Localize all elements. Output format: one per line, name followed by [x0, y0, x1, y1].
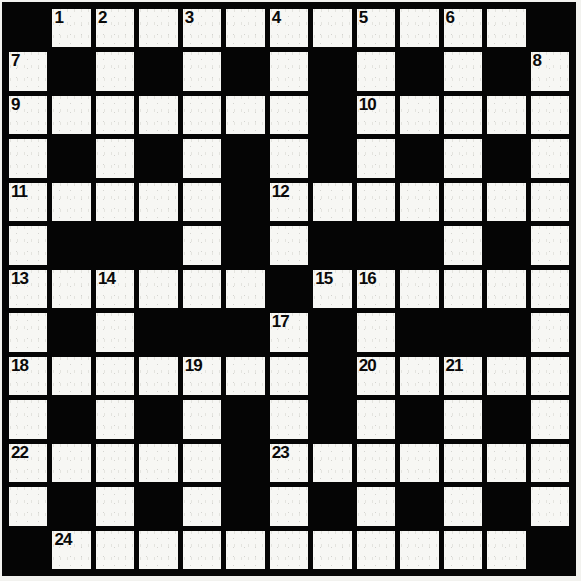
cell-r12c9[interactable]	[400, 531, 438, 569]
cell-r5c6[interactable]	[270, 226, 308, 264]
cell-r2c4[interactable]	[183, 96, 221, 134]
cell-r6c3[interactable]	[139, 270, 177, 308]
cell-r0c4[interactable]: 3	[183, 9, 221, 47]
cell-r0c8[interactable]: 5	[357, 9, 395, 47]
cell-r12c8[interactable]	[357, 531, 395, 569]
cell-r5c4[interactable]	[183, 226, 221, 264]
block-r1c9	[400, 52, 438, 90]
clue-number-15: 15	[315, 270, 332, 288]
cell-r6c8[interactable]: 16	[357, 270, 395, 308]
cell-r3c2[interactable]	[96, 139, 134, 177]
block-r7c5	[226, 313, 264, 351]
clue-number-5: 5	[359, 9, 367, 27]
cell-r12c4[interactable]	[183, 531, 221, 569]
clue-number-8: 8	[533, 52, 541, 70]
block-r1c3	[139, 52, 177, 90]
block-r3c1	[52, 139, 90, 177]
cell-r8c8[interactable]: 20	[357, 357, 395, 395]
block-r9c3	[139, 400, 177, 438]
cell-r2c0[interactable]: 9	[9, 96, 47, 134]
cell-r6c1[interactable]	[52, 270, 90, 308]
cell-r1c10[interactable]	[444, 52, 482, 90]
block-r6c6	[270, 270, 308, 308]
cell-r9c10[interactable]	[444, 400, 482, 438]
cell-r12c5[interactable]	[226, 531, 264, 569]
block-r10c5	[226, 444, 264, 482]
block-r9c7	[313, 400, 351, 438]
cell-r3c10[interactable]	[444, 139, 482, 177]
cell-r10c1[interactable]	[52, 444, 90, 482]
cell-r10c8[interactable]	[357, 444, 395, 482]
cell-r4c10[interactable]	[444, 183, 482, 221]
block-r9c5	[226, 400, 264, 438]
cell-r4c12[interactable]	[531, 183, 569, 221]
cell-r9c0[interactable]	[9, 400, 47, 438]
cell-r7c0[interactable]	[9, 313, 47, 351]
block-r5c1	[52, 226, 90, 264]
cell-r11c6[interactable]	[270, 487, 308, 525]
block-r1c1	[52, 52, 90, 90]
clue-number-20: 20	[359, 357, 376, 375]
clue-number-24: 24	[54, 531, 71, 549]
cell-r7c8[interactable]	[357, 313, 395, 351]
cell-r0c7[interactable]	[313, 9, 351, 47]
cell-r6c9[interactable]	[400, 270, 438, 308]
cell-r10c0[interactable]: 22	[9, 444, 47, 482]
block-r11c9	[400, 487, 438, 525]
cell-r5c10[interactable]	[444, 226, 482, 264]
block-r11c7	[313, 487, 351, 525]
block-r11c3	[139, 487, 177, 525]
clue-number-14: 14	[98, 270, 115, 288]
block-r11c11	[487, 487, 525, 525]
clue-number-23: 23	[272, 444, 289, 462]
cell-r9c6[interactable]	[270, 400, 308, 438]
cell-r3c6[interactable]	[270, 139, 308, 177]
cell-r10c10[interactable]	[444, 444, 482, 482]
cell-r11c4[interactable]	[183, 487, 221, 525]
cell-r8c4[interactable]: 19	[183, 357, 221, 395]
clue-number-19: 19	[185, 357, 202, 375]
cell-r12c2[interactable]	[96, 531, 134, 569]
cell-r0c6[interactable]: 4	[270, 9, 308, 47]
cell-r8c6[interactable]	[270, 357, 308, 395]
block-r4c5	[226, 183, 264, 221]
clue-number-9: 9	[11, 96, 19, 114]
cell-r6c11[interactable]	[487, 270, 525, 308]
cell-r12c10[interactable]	[444, 531, 482, 569]
cell-r10c4[interactable]	[183, 444, 221, 482]
cell-r8c3[interactable]	[139, 357, 177, 395]
block-r1c5	[226, 52, 264, 90]
cell-r8c1[interactable]	[52, 357, 90, 395]
block-r5c2	[96, 226, 134, 264]
cell-r3c0[interactable]	[9, 139, 47, 177]
clue-number-16: 16	[359, 270, 376, 288]
cell-r10c6[interactable]: 23	[270, 444, 308, 482]
cell-r6c0[interactable]: 13	[9, 270, 47, 308]
block-r3c5	[226, 139, 264, 177]
block-r7c3	[139, 313, 177, 351]
block-r1c11	[487, 52, 525, 90]
block-r7c10	[444, 313, 482, 351]
cell-r10c3[interactable]	[139, 444, 177, 482]
cell-r2c12[interactable]	[531, 96, 569, 134]
cell-r4c0[interactable]: 11	[9, 183, 47, 221]
cell-r4c11[interactable]	[487, 183, 525, 221]
cell-r11c8[interactable]	[357, 487, 395, 525]
block-r9c9	[400, 400, 438, 438]
block-r11c5	[226, 487, 264, 525]
block-r5c8	[357, 226, 395, 264]
block-r1c7	[313, 52, 351, 90]
cell-r6c7[interactable]: 15	[313, 270, 351, 308]
cell-r6c12[interactable]	[531, 270, 569, 308]
cell-r12c6[interactable]	[270, 531, 308, 569]
cell-r2c5[interactable]	[226, 96, 264, 134]
cell-r0c5[interactable]	[226, 9, 264, 47]
cell-r8c9[interactable]	[400, 357, 438, 395]
cell-r8c2[interactable]	[96, 357, 134, 395]
cell-r11c2[interactable]	[96, 487, 134, 525]
cell-r11c0[interactable]	[9, 487, 47, 525]
block-r7c11	[487, 313, 525, 351]
cell-r9c4[interactable]	[183, 400, 221, 438]
cell-r4c2[interactable]	[96, 183, 134, 221]
clue-number-3: 3	[185, 9, 193, 27]
cell-r4c8[interactable]	[357, 183, 395, 221]
cell-r4c6[interactable]: 12	[270, 183, 308, 221]
cell-r1c4[interactable]	[183, 52, 221, 90]
block-r9c1	[52, 400, 90, 438]
cell-r5c0[interactable]	[9, 226, 47, 264]
block-r12c12	[531, 531, 569, 569]
cell-r1c8[interactable]	[357, 52, 395, 90]
clue-number-7: 7	[11, 52, 19, 70]
cell-r8c12[interactable]	[531, 357, 569, 395]
cell-r9c2[interactable]	[96, 400, 134, 438]
cell-r8c11[interactable]	[487, 357, 525, 395]
cell-r0c10[interactable]: 6	[444, 9, 482, 47]
cell-r5c12[interactable]	[531, 226, 569, 264]
cell-r8c0[interactable]: 18	[9, 357, 47, 395]
cell-r10c2[interactable]	[96, 444, 134, 482]
block-r7c7	[313, 313, 351, 351]
block-r9c11	[487, 400, 525, 438]
cell-r6c4[interactable]	[183, 270, 221, 308]
block-r3c7	[313, 139, 351, 177]
block-r7c1	[52, 313, 90, 351]
cell-r0c1[interactable]: 1	[52, 9, 90, 47]
crossword-board: 123456789101112131415161718192021222324	[9, 9, 569, 569]
cell-r3c4[interactable]	[183, 139, 221, 177]
block-r0c0	[9, 9, 47, 47]
cell-r2c9[interactable]	[400, 96, 438, 134]
block-r5c11	[487, 226, 525, 264]
block-r11c1	[52, 487, 90, 525]
block-r12c0	[9, 531, 47, 569]
cell-r9c8[interactable]	[357, 400, 395, 438]
cell-r8c5[interactable]	[226, 357, 264, 395]
clue-number-2: 2	[98, 9, 106, 27]
cell-r12c1[interactable]: 24	[52, 531, 90, 569]
cell-r0c3[interactable]	[139, 9, 177, 47]
cell-r1c6[interactable]	[270, 52, 308, 90]
clue-number-12: 12	[272, 183, 289, 201]
cell-r12c7[interactable]	[313, 531, 351, 569]
cell-r4c1[interactable]	[52, 183, 90, 221]
block-r5c3	[139, 226, 177, 264]
cell-r4c7[interactable]	[313, 183, 351, 221]
cell-r10c12[interactable]	[531, 444, 569, 482]
clue-number-6: 6	[446, 9, 454, 27]
clue-number-17: 17	[272, 313, 289, 331]
cell-r1c2[interactable]	[96, 52, 134, 90]
cell-r0c9[interactable]	[400, 9, 438, 47]
cell-r10c7[interactable]	[313, 444, 351, 482]
clue-number-13: 13	[11, 270, 28, 288]
clue-number-18: 18	[11, 357, 28, 375]
clue-number-22: 22	[11, 444, 28, 462]
cell-r2c1[interactable]	[52, 96, 90, 134]
cell-r2c11[interactable]	[487, 96, 525, 134]
cell-r9c12[interactable]	[531, 400, 569, 438]
cell-r7c6[interactable]: 17	[270, 313, 308, 351]
clue-number-1: 1	[54, 9, 62, 27]
clue-number-11: 11	[11, 183, 27, 201]
cell-r2c6[interactable]	[270, 96, 308, 134]
block-r0c12	[531, 9, 569, 47]
cell-r6c2[interactable]: 14	[96, 270, 134, 308]
block-r5c9	[400, 226, 438, 264]
cell-r0c2[interactable]: 2	[96, 9, 134, 47]
clue-number-21: 21	[446, 357, 463, 375]
block-r3c11	[487, 139, 525, 177]
block-r2c7	[313, 96, 351, 134]
cell-r4c4[interactable]	[183, 183, 221, 221]
cell-r8c10[interactable]: 21	[444, 357, 482, 395]
block-r8c7	[313, 357, 351, 395]
cell-r1c0[interactable]: 7	[9, 52, 47, 90]
cell-r7c2[interactable]	[96, 313, 134, 351]
cell-r4c9[interactable]	[400, 183, 438, 221]
cell-r12c3[interactable]	[139, 531, 177, 569]
cell-r3c12[interactable]	[531, 139, 569, 177]
board-frame: 123456789101112131415161718192021222324	[2, 2, 576, 576]
cell-r10c9[interactable]	[400, 444, 438, 482]
cell-r11c10[interactable]	[444, 487, 482, 525]
cell-r2c3[interactable]	[139, 96, 177, 134]
cell-r2c10[interactable]	[444, 96, 482, 134]
cell-r6c5[interactable]	[226, 270, 264, 308]
cell-r2c8[interactable]: 10	[357, 96, 395, 134]
cell-r12c11[interactable]	[487, 531, 525, 569]
block-r5c7	[313, 226, 351, 264]
cell-r0c11[interactable]	[487, 9, 525, 47]
cell-r7c12[interactable]	[531, 313, 569, 351]
cell-r1c12[interactable]: 8	[531, 52, 569, 90]
cell-r2c2[interactable]	[96, 96, 134, 134]
cell-r4c3[interactable]	[139, 183, 177, 221]
crossword-page: 123456789101112131415161718192021222324	[0, 0, 581, 581]
clue-number-10: 10	[359, 96, 376, 114]
cell-r6c10[interactable]	[444, 270, 482, 308]
block-r7c4	[183, 313, 221, 351]
block-r7c9	[400, 313, 438, 351]
block-r3c3	[139, 139, 177, 177]
clue-number-4: 4	[272, 9, 280, 27]
block-r5c5	[226, 226, 264, 264]
cell-r11c12[interactable]	[531, 487, 569, 525]
block-r3c9	[400, 139, 438, 177]
cell-r10c11[interactable]	[487, 444, 525, 482]
cell-r3c8[interactable]	[357, 139, 395, 177]
